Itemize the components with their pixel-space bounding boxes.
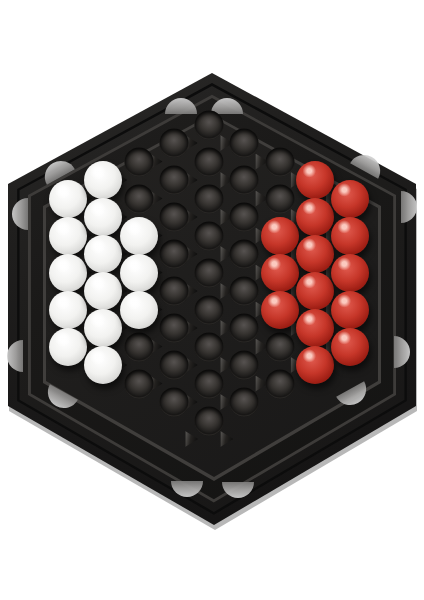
red-marble[interactable] [261,291,299,329]
red-marble[interactable] [296,346,334,384]
white-marble[interactable] [49,180,87,218]
white-marble[interactable] [49,217,87,255]
red-marble[interactable] [296,272,334,310]
red-marble[interactable] [296,309,334,347]
white-marble[interactable] [49,328,87,366]
abalone-board-photo [0,0,424,600]
white-marble[interactable] [120,291,158,329]
red-marble[interactable] [331,291,369,329]
white-marble[interactable] [84,272,122,310]
white-marble[interactable] [84,309,122,347]
white-marble[interactable] [120,254,158,292]
white-marble[interactable] [84,161,122,199]
white-marble[interactable] [49,291,87,329]
red-marble[interactable] [331,217,369,255]
white-marble[interactable] [84,235,122,273]
red-marble[interactable] [296,198,334,236]
white-marble[interactable] [84,198,122,236]
red-marble[interactable] [331,328,369,366]
red-marble[interactable] [261,217,299,255]
red-marble[interactable] [296,235,334,273]
marble-layer [0,0,424,600]
red-marble[interactable] [331,254,369,292]
red-marble[interactable] [331,180,369,218]
white-marble[interactable] [120,217,158,255]
red-marble[interactable] [296,161,334,199]
white-marble[interactable] [49,254,87,292]
red-marble[interactable] [261,254,299,292]
white-marble[interactable] [84,346,122,384]
